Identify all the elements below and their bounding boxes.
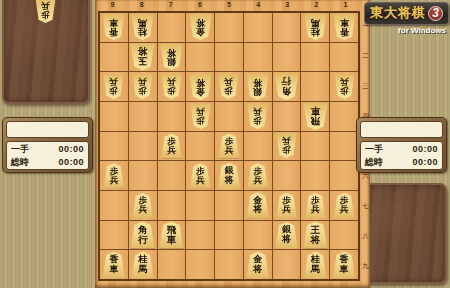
shogi-piece-sente[interactable]: 桂馬 [304,252,327,278]
board-cell[interactable] [129,132,157,161]
piece-kanji: 車 [340,265,349,275]
piece-kanji: 将 [253,77,262,87]
piece-kanji: 将 [196,18,205,28]
piece-kanji: 将 [167,47,176,57]
move-time-label-left: 一手 [11,143,29,156]
rank-label: 八 [361,221,370,251]
shogi-piece-sente[interactable]: 飛車 [159,221,184,248]
shogi-piece-gote[interactable]: 歩兵 [276,133,297,158]
shogi-piece-sente[interactable]: 歩兵 [190,163,211,188]
piece-kanji: 将 [282,235,291,245]
board-cell[interactable]: 桂馬 [129,250,157,279]
piece-kanji: 兵 [196,176,205,185]
file-label: 7 [156,0,185,10]
board-cell[interactable]: 玉将 [129,43,157,72]
piece-kanji: 桂 [311,27,320,37]
piece-kanji: 将 [311,235,321,245]
file-label: 6 [185,0,214,10]
board-cell[interactable]: 銀将 [215,161,243,190]
board-cell[interactable] [186,43,214,72]
board-cell[interactable]: 香車 [100,250,128,279]
piece-kanji: 歩 [196,116,205,125]
logo-subtitle: for Windows [364,26,446,35]
board-cell[interactable]: 金将 [244,250,272,279]
piece-kanji: 行 [138,235,148,245]
shogi-piece-sente[interactable]: 金将 [246,192,269,218]
piece-kanji: 将 [253,205,262,215]
file-label: 5 [214,0,243,10]
shogi-piece-gote[interactable]: 歩兵 [218,74,239,99]
board-cell[interactable] [158,250,186,279]
file-label: 1 [331,0,360,10]
board-cell[interactable] [215,221,243,250]
board-cell[interactable]: 角行 [273,72,301,101]
board-cell[interactable]: 飛車 [301,102,329,131]
shogi-piece-gote[interactable]: 玉将 [130,43,155,70]
board-cell[interactable] [301,161,329,190]
board-cell[interactable] [158,102,186,131]
move-time-value-right: 00:00 [412,143,438,156]
player-name-left [6,121,89,138]
shogi-piece-gote[interactable]: 歩兵 [247,104,268,129]
board-cell[interactable] [244,13,272,42]
piece-kanji: 兵 [196,107,205,116]
piece-kanji: 歩 [41,11,50,20]
board-cell[interactable] [215,250,243,279]
player-panel-right: 一手 00:00 総時 00:00 [356,117,447,173]
piece-kanji: 将 [253,265,262,275]
piece-kanji: 玉 [138,57,148,67]
piece-kanji: 香 [340,27,349,37]
board-cell[interactable]: 角行 [129,221,157,250]
piece-kanji: 金 [196,27,205,37]
piece-kanji: 歩 [282,146,291,155]
board-cell[interactable] [244,132,272,161]
rank-label: 二 [361,41,370,71]
piece-kanji: 兵 [254,107,263,116]
player-name-right [360,121,443,138]
shogi-piece-sente[interactable]: 香車 [102,252,125,278]
shogi-piece-gote[interactable]: 歩兵 [161,74,182,99]
board-cell[interactable]: 香車 [330,13,358,42]
shogi-piece-gote[interactable]: 香車 [102,14,125,40]
board-cell[interactable] [129,102,157,131]
board-cell[interactable] [100,43,128,72]
board-cell[interactable]: 歩兵 [129,191,157,220]
board-cell[interactable]: 歩兵 [215,132,243,161]
move-time-label-right: 一手 [365,143,383,156]
shogi-piece-gote[interactable]: 歩兵 [190,104,211,129]
piece-kanji: 銀 [253,87,262,97]
piece-kanji: 将 [196,77,205,87]
shogi-piece-sente[interactable]: 歩兵 [103,163,124,188]
piece-kanji: 金 [196,87,205,97]
app-window: 歩兵 987654321 一二三四五六七八九 香車桂馬金将桂馬香車玉将銀将歩兵歩… [0,0,450,288]
board-grid[interactable]: 香車桂馬金将桂馬香車玉将銀将歩兵歩兵歩兵金将歩兵銀将角行歩兵歩兵歩兵飛車歩兵歩兵… [98,11,360,281]
board-cell[interactable]: 歩兵 [215,72,243,101]
board-cell[interactable]: 歩兵 [244,161,272,190]
logo-version-icon: 3 [428,6,443,21]
total-time-value-left: 00:00 [58,156,84,169]
board-cell[interactable] [158,191,186,220]
clock-right: 一手 00:00 総時 00:00 [360,141,443,170]
board-cell[interactable] [330,221,358,250]
board-cell[interactable] [215,102,243,131]
shogi-piece-sente[interactable]: 歩兵 [161,133,182,158]
piece-kanji: 兵 [138,205,147,214]
gote-hand-pieces: 歩兵 [35,0,56,23]
board-cell[interactable] [158,13,186,42]
board-cell[interactable]: 桂馬 [129,13,157,42]
board-cell[interactable] [129,161,157,190]
shogi-piece-sente[interactable]: 歩兵 [276,193,297,218]
shogi-piece-sente[interactable]: 歩兵 [334,193,355,218]
board-cell[interactable]: 飛車 [158,221,186,250]
board-cell[interactable] [301,43,329,72]
board-cell[interactable] [330,132,358,161]
komadai-gote: 歩兵 [2,0,90,104]
board-cell[interactable] [330,43,358,72]
file-label: 3 [273,0,302,10]
shogi-piece-gote[interactable]: 歩兵 [35,0,56,23]
piece-kanji: 歩 [254,116,263,125]
board-cell[interactable]: 銀将 [158,43,186,72]
piece-kanji: 車 [167,235,177,245]
board-cell[interactable]: 歩兵 [158,72,186,101]
board-cell[interactable] [301,72,329,101]
shogi-piece-sente[interactable]: 歩兵 [305,193,326,218]
komadai-sente [358,183,447,284]
file-label: 9 [98,0,127,10]
board-cell[interactable]: 桂馬 [301,13,329,42]
total-time-value-right: 00:00 [412,156,438,169]
board-cell[interactable] [100,191,128,220]
board-cell[interactable]: 香車 [330,250,358,279]
piece-kanji: 歩 [138,87,147,96]
piece-kanji: 兵 [282,137,291,146]
piece-kanji: 兵 [340,78,349,87]
piece-kanji: 将 [138,47,148,57]
board-cell[interactable] [273,161,301,190]
file-label: 4 [244,0,273,10]
piece-kanji: 馬 [138,18,147,28]
board-cell[interactable]: 桂馬 [301,250,329,279]
piece-kanji: 兵 [110,78,119,87]
board-cell[interactable]: 歩兵 [330,72,358,101]
board-cell[interactable] [273,13,301,42]
piece-kanji: 兵 [340,205,349,214]
board-cell[interactable] [273,250,301,279]
logo-title: 東大将棋 [370,4,426,22]
piece-kanji: 飛 [311,116,321,126]
board-cell[interactable] [215,43,243,72]
shogi-piece-sente[interactable]: 銀将 [275,222,298,248]
piece-kanji: 馬 [311,18,320,28]
board-cell[interactable]: 香車 [100,13,128,42]
file-label: 2 [302,0,331,10]
board-cell[interactable] [244,221,272,250]
board-cell[interactable]: 歩兵 [100,72,128,101]
shogi-piece-sente[interactable]: 歩兵 [218,133,239,158]
piece-kanji: 馬 [138,265,147,275]
piece-kanji: 兵 [282,205,291,214]
board-cell[interactable]: 歩兵 [273,191,301,220]
piece-kanji: 車 [109,18,118,28]
board-cell[interactable] [273,102,301,131]
shogi-piece-gote[interactable]: 歩兵 [334,74,355,99]
rank-label: 九 [361,251,370,281]
shogi-piece-gote[interactable]: 香車 [333,14,356,40]
piece-kanji: 兵 [110,176,119,185]
piece-kanji: 兵 [167,78,176,87]
piece-kanji: 将 [224,176,233,186]
board-cell[interactable]: 歩兵 [244,102,272,131]
board-cell[interactable]: 歩兵 [186,102,214,131]
shogi-piece-gote[interactable]: 角行 [274,73,299,100]
piece-kanji: 歩 [110,87,119,96]
shogi-piece-gote[interactable]: 飛車 [303,103,328,130]
piece-kanji: 歩 [167,87,176,96]
board-cell[interactable] [301,132,329,161]
total-time-label-right: 総時 [365,156,383,169]
board-cell[interactable]: 歩兵 [330,191,358,220]
piece-kanji: 車 [109,265,118,275]
board-cell[interactable] [215,191,243,220]
board-cell[interactable]: 銀将 [273,221,301,250]
file-label: 8 [127,0,156,10]
board-cell[interactable] [186,250,214,279]
piece-kanji: 兵 [167,146,176,155]
board-cell[interactable]: 王将 [301,221,329,250]
shogi-piece-sente[interactable]: 香車 [333,252,356,278]
board-cell[interactable] [244,43,272,72]
board-cell[interactable]: 銀将 [244,72,272,101]
board-cell[interactable] [215,13,243,42]
shogi-piece-gote[interactable]: 金将 [189,74,212,100]
shogi-piece-gote[interactable]: 銀将 [160,44,183,70]
piece-kanji: 兵 [225,146,234,155]
board-cell[interactable] [100,221,128,250]
shogi-piece-gote[interactable]: 歩兵 [103,74,124,99]
board-cell[interactable] [100,102,128,131]
board-cell[interactable]: 歩兵 [186,161,214,190]
shogi-piece-gote[interactable]: 桂馬 [304,14,327,40]
app-logo: 東大将棋 3 for Windows [364,2,449,35]
shogi-piece-sente[interactable]: 角行 [130,221,155,248]
shogi-piece-sente[interactable]: 歩兵 [132,193,153,218]
board-cell[interactable] [158,161,186,190]
move-time-value-left: 00:00 [58,143,84,156]
board-cell[interactable] [273,43,301,72]
piece-kanji: 兵 [225,78,234,87]
board-cell[interactable] [100,132,128,161]
clock-left: 一手 00:00 総時 00:00 [6,141,89,170]
board-cell[interactable]: 歩兵 [100,161,128,190]
board-cell[interactable] [186,191,214,220]
piece-kanji: 角 [282,87,292,97]
piece-kanji: 馬 [311,265,320,275]
board-cell[interactable]: 歩兵 [301,191,329,220]
shogi-piece-sente[interactable]: 金将 [246,252,269,278]
board-cell[interactable] [330,161,358,190]
shogi-piece-gote[interactable]: 金将 [189,14,212,40]
shogi-piece-sente[interactable]: 銀将 [217,163,240,189]
board-cell[interactable] [186,221,214,250]
piece-kanji: 歩 [340,87,349,96]
piece-kanji: 銀 [167,57,176,67]
shogi-piece-gote[interactable]: 銀将 [246,74,269,100]
piece-kanji: 兵 [311,205,320,214]
board-cell[interactable] [186,132,214,161]
player-panel-left: 一手 00:00 総時 00:00 [2,117,93,173]
board-cell[interactable]: 歩兵 [158,132,186,161]
rank-label: 三 [361,71,370,101]
board-cell[interactable]: 歩兵 [273,132,301,161]
board-cell[interactable]: 金将 [244,191,272,220]
board-cell[interactable]: 金将 [186,72,214,101]
board-cell[interactable]: 歩兵 [129,72,157,101]
board-cell[interactable]: 金将 [186,13,214,42]
shogi-piece-gote[interactable]: 桂馬 [131,14,154,40]
piece-kanji: 歩 [225,87,234,96]
piece-kanji: 香 [109,27,118,37]
piece-kanji: 車 [340,18,349,28]
shogi-piece-sente[interactable]: 桂馬 [131,252,154,278]
piece-kanji: 車 [311,106,321,116]
board-cell[interactable] [330,102,358,131]
shogi-board: 987654321 一二三四五六七八九 香車桂馬金将桂馬香車玉将銀将歩兵歩兵歩兵… [95,0,370,288]
file-labels: 987654321 [98,0,360,10]
piece-kanji: 兵 [138,78,147,87]
shogi-piece-sente[interactable]: 王将 [303,221,328,248]
piece-kanji: 兵 [254,176,263,185]
rank-label: 七 [361,191,370,221]
shogi-piece-sente[interactable]: 歩兵 [247,163,268,188]
piece-kanji: 兵 [41,2,50,11]
total-time-label-left: 総時 [11,156,29,169]
shogi-piece-gote[interactable]: 歩兵 [132,74,153,99]
piece-kanji: 行 [282,77,292,87]
piece-kanji: 桂 [138,27,147,37]
